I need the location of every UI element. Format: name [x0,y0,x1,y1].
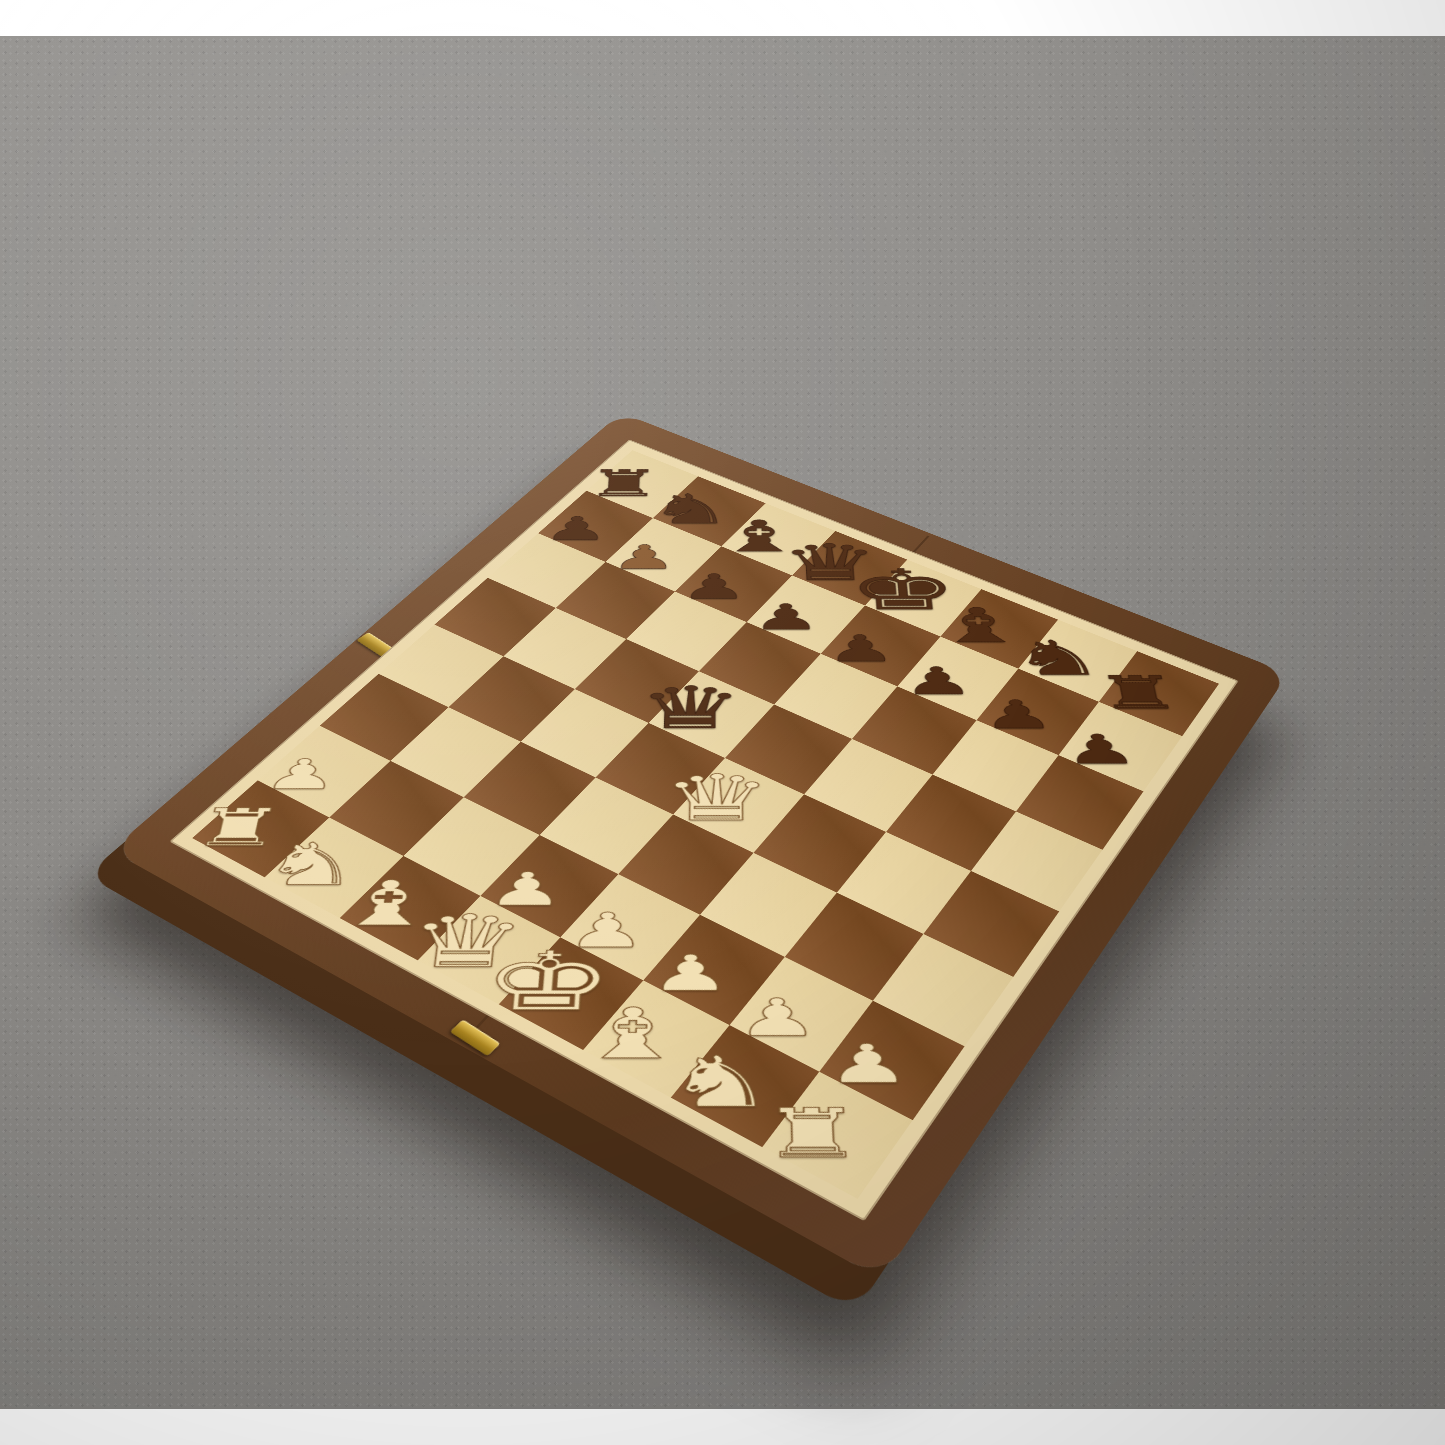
square-d2[interactable]: ♟ [480,835,618,937]
square-h4[interactable] [923,871,1059,977]
square-e2[interactable]: ♟ [560,874,700,980]
square-g3[interactable] [785,893,924,1001]
square-g5[interactable] [886,775,1016,871]
piece-white-pawn-d2[interactable]: ♟ [484,866,566,912]
square-b2[interactable] [329,761,463,856]
square-b1[interactable]: ♞ [265,817,404,918]
square-c1[interactable]: ♝ [340,856,481,960]
square-h2[interactable]: ♟ [819,1001,964,1120]
square-d1[interactable]: ♛ [418,896,561,1004]
piece-black-pawn-f7[interactable]: ♟ [900,662,974,700]
square-h5[interactable] [971,811,1102,911]
square-c2[interactable] [403,797,539,896]
piece-black-pawn-h7[interactable]: ♟ [1060,729,1140,769]
square-a1[interactable]: ♜ [192,780,329,877]
square-e4[interactable]: ♛ [673,758,804,853]
piece-black-pawn-c7[interactable]: ♟ [680,570,748,604]
product-photo-scene: ♜♞♝♛♚♝♞♜♟♟♟♟♟♟♟♟♛♛♟♟♟♟♟♟♜♞♝♛♚♝♞♜ [0,0,1445,1445]
piece-white-queen-e4[interactable]: ♛ [659,766,773,830]
square-f3[interactable] [700,853,837,957]
piece-black-pawn-a7[interactable]: ♟ [542,513,610,545]
piece-white-pawn-g2[interactable]: ♟ [735,992,819,1044]
square-g1[interactable]: ♞ [671,1025,819,1147]
piece-black-pawn-g7[interactable]: ♟ [979,695,1056,734]
square-e1[interactable]: ♚ [499,937,644,1050]
piece-white-rook-h1[interactable]: ♜ [760,1100,865,1168]
letterbox-bottom [0,1409,1445,1445]
piece-white-rook-a1[interactable]: ♜ [187,802,289,854]
piece-black-pawn-e7[interactable]: ♟ [825,630,897,667]
square-h1[interactable]: ♜ [762,1072,913,1199]
piece-white-bishop-f1[interactable]: ♝ [574,999,688,1069]
square-f2[interactable]: ♟ [643,915,785,1025]
piece-black-queen-d5[interactable]: ♛ [635,679,744,737]
square-h6[interactable] [1016,755,1143,850]
square-e3[interactable] [618,814,753,914]
piece-black-pawn-d7[interactable]: ♟ [751,600,820,635]
square-f4[interactable] [754,794,887,892]
square-g2[interactable]: ♟ [730,957,873,1072]
piece-white-knight-b1[interactable]: ♞ [255,835,366,893]
piece-white-knight-g1[interactable]: ♞ [664,1047,775,1118]
piece-black-rook-h8[interactable]: ♜ [1091,670,1185,715]
square-d3[interactable] [540,777,674,874]
square-f1[interactable]: ♝ [583,980,729,1097]
piece-black-knight-g8[interactable]: ♞ [1008,634,1106,682]
piece-white-queen-d1[interactable]: ♛ [401,905,529,978]
piece-white-king-e1[interactable]: ♚ [477,941,615,1023]
piece-white-pawn-h2[interactable]: ♟ [824,1037,911,1091]
square-h3[interactable] [873,934,1013,1046]
letterbox-top [0,0,1445,36]
piece-white-bishop-c1[interactable]: ♝ [329,873,443,935]
piece-black-pawn-b7[interactable]: ♟ [610,541,677,574]
square-g4[interactable] [837,832,971,934]
piece-white-pawn-e2[interactable]: ♟ [565,907,647,955]
piece-white-pawn-a2[interactable]: ♟ [260,754,342,795]
piece-white-pawn-f2[interactable]: ♟ [649,949,731,999]
